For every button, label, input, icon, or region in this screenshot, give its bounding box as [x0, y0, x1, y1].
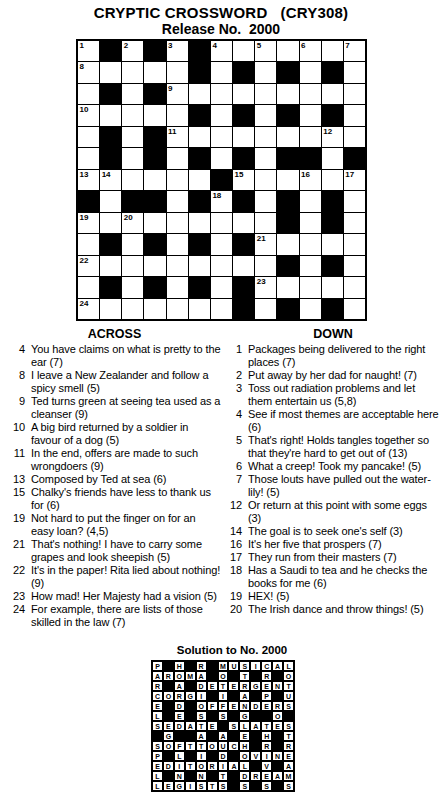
- grid-cell[interactable]: [211, 234, 232, 254]
- grid-cell[interactable]: [189, 127, 210, 147]
- solution-cell: L: [240, 762, 249, 770]
- grid-cell[interactable]: [233, 84, 254, 104]
- clue-text: Composed by Ted at sea (6): [31, 473, 221, 486]
- clue-across-4: 4You have claims on what is pretty to th…: [8, 343, 221, 369]
- solution-cell: R: [262, 742, 271, 750]
- solution-cell: G: [240, 712, 249, 720]
- grid-cell[interactable]: [233, 127, 254, 147]
- solution-cell-black: [208, 662, 217, 670]
- grid-cell[interactable]: [322, 170, 343, 190]
- solution-cell: T: [197, 742, 206, 750]
- solution-cell: S: [219, 782, 228, 790]
- solution-cell: T: [284, 682, 293, 690]
- solution-cell: T: [219, 682, 228, 690]
- grid-cell[interactable]: [233, 213, 254, 233]
- solution-cell: D: [175, 722, 184, 730]
- solution-cell: R: [175, 692, 184, 700]
- solution-cell: S: [153, 722, 162, 730]
- clue-num: 6: [225, 460, 242, 473]
- grid-cell[interactable]: [144, 256, 165, 276]
- solution-cell: E: [240, 732, 249, 740]
- solution-cell: T: [240, 672, 249, 680]
- clue-text: Toss out radiation problems and let them…: [248, 382, 441, 408]
- clue-down-16: 16It's her five that prospers (7): [225, 538, 441, 551]
- grid-cell[interactable]: [78, 127, 99, 147]
- solution-cell: L: [153, 782, 162, 790]
- grid-cell[interactable]: [211, 105, 232, 125]
- down-clues-section: DOWN 1Packages being delivered to the ri…: [225, 327, 441, 616]
- grid-cell[interactable]: [300, 299, 321, 319]
- solution-cell: A: [219, 732, 228, 740]
- grid-cell[interactable]: [300, 84, 321, 104]
- grid-cell[interactable]: 8: [78, 62, 99, 82]
- grid-cell[interactable]: [277, 84, 298, 104]
- grid-cell-black: [100, 277, 121, 297]
- grid-cell[interactable]: [122, 277, 143, 297]
- clue-text: They run from their masters (7): [248, 551, 441, 564]
- solution-cell: E: [164, 782, 173, 790]
- grid-cell[interactable]: [167, 213, 188, 233]
- solution-cell-black: [164, 712, 173, 720]
- clue-text: HEX! (5): [248, 590, 441, 603]
- clue-number: 12: [323, 127, 332, 136]
- grid-cell-black: [189, 41, 210, 61]
- grid-cell[interactable]: 6: [300, 41, 321, 61]
- grid-cell[interactable]: 5: [255, 41, 276, 61]
- grid-cell[interactable]: [144, 105, 165, 125]
- grid-cell[interactable]: 10: [78, 105, 99, 125]
- solution-cell: R: [284, 742, 293, 750]
- grid-cell[interactable]: [322, 234, 343, 254]
- solution-cell-black: [208, 672, 217, 680]
- solution-cell: F: [175, 742, 184, 750]
- clue-across-10: 10A big bird returned by a soldier in fa…: [8, 421, 221, 447]
- clue-down-6: 6What a creep! Took my pancake! (5): [225, 460, 441, 473]
- grid-cell[interactable]: [344, 62, 365, 82]
- clue-across-24: 24For example, there are lists of those …: [8, 603, 221, 629]
- grid-cell[interactable]: 24: [78, 299, 99, 319]
- grid-cell[interactable]: [211, 84, 232, 104]
- solution-cell: L: [153, 712, 162, 720]
- grid-cell[interactable]: [144, 170, 165, 190]
- grid-cell[interactable]: 14: [100, 170, 121, 190]
- solution-cell: E: [262, 772, 271, 780]
- solution-cell-black: [251, 712, 260, 720]
- solution-cell-black: [186, 772, 195, 780]
- solution-cell: E: [153, 762, 162, 770]
- grid-cell[interactable]: 1: [78, 41, 99, 61]
- clue-down-1: 1Packages being delivered to the right p…: [225, 343, 441, 369]
- grid-cell[interactable]: 7: [344, 41, 365, 61]
- solution-cell: S: [197, 712, 206, 720]
- grid-cell[interactable]: [122, 105, 143, 125]
- solution-cell: A: [197, 672, 206, 680]
- clue-text: The goal is to seek one's self (3): [248, 525, 441, 538]
- clue-num: 15: [8, 486, 25, 512]
- grid-cell[interactable]: [211, 256, 232, 276]
- clue-text: How mad! Her Majesty had a vision (5): [31, 590, 221, 603]
- grid-cell[interactable]: [100, 62, 121, 82]
- crossword-grid: 123456789101112131415161718192021222324: [76, 39, 367, 321]
- grid-cell[interactable]: [233, 256, 254, 276]
- clue-text: You have claims on what is pretty to the…: [31, 343, 221, 369]
- grid-cell[interactable]: [211, 277, 232, 297]
- grid-cell[interactable]: [167, 299, 188, 319]
- grid-cell[interactable]: [344, 256, 365, 276]
- solution-cell: U: [284, 692, 293, 700]
- clue-num: 13: [8, 473, 25, 486]
- grid-cell[interactable]: [78, 234, 99, 254]
- grid-cell[interactable]: 17: [344, 170, 365, 190]
- grid-cell[interactable]: [122, 62, 143, 82]
- clue-across-23: 23How mad! Her Majesty had a vision (5): [8, 590, 221, 603]
- grid-cell[interactable]: [300, 256, 321, 276]
- grid-cell[interactable]: [300, 191, 321, 211]
- clue-number: 22: [80, 256, 89, 265]
- solution-cell-black: [219, 722, 228, 730]
- solution-cell: D: [197, 682, 206, 690]
- grid-cell[interactable]: [344, 191, 365, 211]
- solution-cell-black: [229, 712, 238, 720]
- grid-cell[interactable]: 12: [322, 127, 343, 147]
- solution-cell-black: [208, 772, 217, 780]
- grid-cell[interactable]: [100, 105, 121, 125]
- clue-text: In the end, offers are made to such wron…: [31, 447, 221, 473]
- clue-text: Packages being delivered to the right pl…: [248, 343, 441, 369]
- solution-cell-black: [186, 702, 195, 710]
- grid-cell[interactable]: 16: [300, 170, 321, 190]
- solution-cell: E: [208, 682, 217, 690]
- solution-cell: P: [153, 752, 162, 760]
- grid-cell[interactable]: [344, 213, 365, 233]
- grid-cell[interactable]: [167, 234, 188, 254]
- clue-num: 22: [8, 564, 25, 590]
- grid-cell[interactable]: [322, 277, 343, 297]
- solution-cell: E: [229, 702, 238, 710]
- solution-cell: O: [240, 752, 249, 760]
- solution-cell: U: [219, 742, 228, 750]
- grid-cell[interactable]: 21: [255, 234, 276, 254]
- grid-cell[interactable]: [122, 84, 143, 104]
- grid-cell[interactable]: 19: [78, 213, 99, 233]
- grid-cell[interactable]: [167, 191, 188, 211]
- solution-cell: P: [262, 692, 271, 700]
- clue-down-2: 2Put away by her dad for naught! (7): [225, 369, 441, 382]
- solution-cell: V: [251, 752, 260, 760]
- solution-cell: H: [262, 732, 271, 740]
- clue-number: 3: [168, 41, 172, 50]
- grid-cell[interactable]: [211, 148, 232, 168]
- grid-cell[interactable]: [255, 191, 276, 211]
- grid-cell-black: [233, 105, 254, 125]
- grid-cell[interactable]: [344, 84, 365, 104]
- grid-cell[interactable]: [300, 62, 321, 82]
- clue-down-5: 5That's right! Holds tangles together so…: [225, 434, 441, 460]
- solution-cell: O: [164, 742, 173, 750]
- solution-cell: R: [240, 682, 249, 690]
- clue-text: I leave a New Zealander and follow a spi…: [31, 369, 221, 395]
- grid-cell[interactable]: [255, 62, 276, 82]
- grid-cell-black: [277, 62, 298, 82]
- solution-cell: S: [229, 722, 238, 730]
- grid-cell[interactable]: [122, 170, 143, 190]
- clue-number: 14: [102, 170, 111, 179]
- clue-num: 8: [8, 369, 25, 395]
- clue-down-4: 4See if most themes are acceptable here …: [225, 408, 441, 434]
- clue-down-3: 3Toss out radiation problems and let the…: [225, 382, 441, 408]
- grid-cell[interactable]: [78, 277, 99, 297]
- grid-cell[interactable]: [167, 148, 188, 168]
- grid-cell[interactable]: [277, 277, 298, 297]
- solution-cell-black: [251, 762, 260, 770]
- grid-cell[interactable]: [255, 213, 276, 233]
- grid-cell[interactable]: [122, 256, 143, 276]
- grid-cell[interactable]: [100, 256, 121, 276]
- grid-cell[interactable]: [233, 41, 254, 61]
- grid-cell[interactable]: [344, 105, 365, 125]
- grid-cell[interactable]: [189, 84, 210, 104]
- solution-cell-black: [284, 712, 293, 720]
- clue-text: Chalky's friends have less to thank us f…: [31, 486, 221, 512]
- solution-cell-black: [164, 702, 173, 710]
- clue-text: That's nothing! I have to carry some gra…: [31, 538, 221, 564]
- grid-cell[interactable]: [211, 127, 232, 147]
- grid-cell[interactable]: [167, 105, 188, 125]
- grid-cell[interactable]: [322, 41, 343, 61]
- grid-cell[interactable]: [122, 299, 143, 319]
- grid-cell[interactable]: [211, 299, 232, 319]
- clue-down-20: 20The Irish dance and throw things! (5): [225, 603, 441, 616]
- grid-cell[interactable]: [300, 213, 321, 233]
- grid-cell[interactable]: [167, 277, 188, 297]
- grid-cell[interactable]: [189, 170, 210, 190]
- solution-cell-black: [186, 752, 195, 760]
- grid-cell[interactable]: 23: [255, 277, 276, 297]
- clue-text: It's in the paper! Rita lied about nothi…: [31, 564, 221, 590]
- solution-cell-black: [208, 712, 217, 720]
- grid-cell-black: [144, 277, 165, 297]
- grid-cell[interactable]: [300, 105, 321, 125]
- grid-cell[interactable]: 9: [167, 84, 188, 104]
- solution-cell: O: [208, 742, 217, 750]
- grid-cell[interactable]: [167, 170, 188, 190]
- solution-cell: E: [262, 682, 271, 690]
- solution-cell: F: [208, 702, 217, 710]
- grid-cell[interactable]: 22: [78, 256, 99, 276]
- grid-cell[interactable]: [255, 256, 276, 276]
- clue-across-11: 11In the end, offers are made to such wr…: [8, 447, 221, 473]
- solution-cell-black: [273, 742, 282, 750]
- solution-cell-black: [229, 752, 238, 760]
- grid-cell[interactable]: [189, 256, 210, 276]
- grid-cell[interactable]: [78, 84, 99, 104]
- grid-cell[interactable]: [144, 62, 165, 82]
- grid-cell[interactable]: [300, 127, 321, 147]
- clue-num: 23: [8, 590, 25, 603]
- grid-cell[interactable]: [322, 84, 343, 104]
- grid-cell[interactable]: 2: [122, 41, 143, 61]
- grid-cell[interactable]: 11: [167, 127, 188, 147]
- clue-num: 11: [8, 447, 25, 473]
- clue-num: 7: [225, 473, 242, 499]
- grid-cell[interactable]: [277, 234, 298, 254]
- solution-cell-black: [164, 772, 173, 780]
- solution-cell: I: [197, 752, 206, 760]
- grid-cell[interactable]: [255, 105, 276, 125]
- grid-cell[interactable]: [122, 127, 143, 147]
- solution-cell: S: [240, 662, 249, 670]
- grid-cell[interactable]: [255, 170, 276, 190]
- clue-number: 15: [235, 170, 244, 179]
- grid-cell[interactable]: 4: [211, 41, 232, 61]
- grid-cell[interactable]: 20: [122, 213, 143, 233]
- clue-num: 18: [225, 564, 242, 590]
- clue-number: 16: [301, 170, 310, 179]
- grid-cell[interactable]: 15: [233, 170, 254, 190]
- grid-cell[interactable]: [189, 299, 210, 319]
- grid-cell-black: [233, 148, 254, 168]
- grid-cell[interactable]: [344, 277, 365, 297]
- grid-cell[interactable]: [122, 234, 143, 254]
- solution-cell-black: [186, 732, 195, 740]
- clue-num: 1: [225, 343, 242, 369]
- grid-cell[interactable]: [211, 213, 232, 233]
- grid-cell[interactable]: [144, 299, 165, 319]
- solution-cell: D: [164, 762, 173, 770]
- grid-cell[interactable]: [189, 213, 210, 233]
- grid-cell[interactable]: [100, 191, 121, 211]
- clue-number: 24: [80, 299, 89, 308]
- solution-cell: O: [175, 672, 184, 680]
- clue-number: 23: [257, 277, 266, 286]
- clue-text: Those louts have pulled out the water-li…: [248, 473, 441, 499]
- solution-cell-black: [229, 782, 238, 790]
- solution-cell: N: [273, 752, 282, 760]
- solution-cell: I: [251, 662, 260, 670]
- solution-cell: I: [175, 762, 184, 770]
- grid-cell[interactable]: [211, 62, 232, 82]
- grid-cell[interactable]: [344, 234, 365, 254]
- grid-cell-black: [144, 148, 165, 168]
- across-clues-section: ACROSS 4You have claims on what is prett…: [8, 327, 221, 629]
- grid-cell[interactable]: [344, 127, 365, 147]
- solution-cell-black: [273, 732, 282, 740]
- clue-number: 20: [124, 213, 133, 222]
- solution-cell: O: [197, 762, 206, 770]
- grid-cell[interactable]: [277, 41, 298, 61]
- grid-cell[interactable]: [167, 62, 188, 82]
- solution-cell: S: [240, 782, 249, 790]
- solution-grid: PHRMUSICALAROMAOTRORADETERGENTCORGIIAPUE…: [151, 660, 295, 792]
- solution-cell: V: [262, 762, 271, 770]
- clue-text: Or return at this point with some eggs (…: [248, 499, 441, 525]
- clue-num: 2: [225, 369, 242, 382]
- grid-cell[interactable]: 18: [211, 191, 232, 211]
- solution-cell-black: [251, 692, 260, 700]
- grid-cell[interactable]: [255, 148, 276, 168]
- release-number: Release No. 2000: [0, 21, 442, 37]
- clue-number: 7: [345, 41, 349, 50]
- solution-cell-black: [153, 732, 162, 740]
- solution-cell: A: [229, 762, 238, 770]
- solution-cell: N: [175, 772, 184, 780]
- grid-cell[interactable]: [255, 299, 276, 319]
- clue-number: 8: [80, 62, 84, 71]
- grid-cell[interactable]: [255, 84, 276, 104]
- clue-number: 5: [257, 41, 261, 50]
- grid-cell[interactable]: [277, 170, 298, 190]
- clue-number: 4: [212, 41, 216, 50]
- solution-cell: E: [273, 722, 282, 730]
- clue-num: 4: [8, 343, 25, 369]
- solution-cell: S: [284, 782, 293, 790]
- grid-cell-black: [189, 62, 210, 82]
- grid-cell[interactable]: [100, 299, 121, 319]
- solution-cell: G: [186, 692, 195, 700]
- clue-number: 2: [124, 41, 128, 50]
- grid-cell-black: [322, 256, 343, 276]
- solution-cell-black: [208, 692, 217, 700]
- clue-down-17: 17They run from their masters (7): [225, 551, 441, 564]
- solution-cell: I: [219, 762, 228, 770]
- solution-cell: A: [273, 772, 282, 780]
- solution-cell-black: [251, 672, 260, 680]
- grid-cell-black: [233, 191, 254, 211]
- grid-cell[interactable]: [277, 127, 298, 147]
- solution-cell: O: [284, 672, 293, 680]
- grid-cell[interactable]: [344, 299, 365, 319]
- solution-cell: E: [208, 722, 217, 730]
- grid-cell[interactable]: [122, 148, 143, 168]
- grid-cell[interactable]: [144, 213, 165, 233]
- grid-cell[interactable]: [255, 127, 276, 147]
- solution-cell-black: [262, 712, 271, 720]
- clue-down-19: 19HEX! (5): [225, 590, 441, 603]
- grid-cell[interactable]: 3: [167, 41, 188, 61]
- clue-num: 20: [225, 603, 242, 616]
- solution-cell: T: [186, 742, 195, 750]
- grid-cell-black: [344, 148, 365, 168]
- solution-cell: A: [284, 762, 293, 770]
- solution-cell-black: [251, 732, 260, 740]
- solution-cell: E: [175, 712, 184, 720]
- grid-cell[interactable]: [322, 148, 343, 168]
- solution-cell: H: [175, 662, 184, 670]
- grid-cell-black: [277, 213, 298, 233]
- grid-cell[interactable]: [100, 213, 121, 233]
- clue-text: Put away by her dad for naught! (7): [248, 369, 441, 382]
- solution-cell: D: [219, 752, 228, 760]
- solution-cell: M: [284, 772, 293, 780]
- solution-cell: O: [197, 702, 206, 710]
- solution-cell: I: [219, 692, 228, 700]
- grid-cell-black: [277, 256, 298, 276]
- solution-cell: A: [175, 682, 184, 690]
- solution-cell-black: [273, 782, 282, 790]
- grid-cell[interactable]: [300, 277, 321, 297]
- solution-cell-black: [229, 692, 238, 700]
- grid-cell-black: [233, 299, 254, 319]
- grid-cell[interactable]: 13: [78, 170, 99, 190]
- clue-across-19: 19Not hard to put the finger on for an e…: [8, 512, 221, 538]
- grid-cell[interactable]: [78, 148, 99, 168]
- solution-cell-black: [273, 692, 282, 700]
- grid-cell-black: [233, 62, 254, 82]
- solution-cell: O: [164, 692, 173, 700]
- grid-cell-black: [189, 277, 210, 297]
- grid-cell[interactable]: [300, 234, 321, 254]
- grid-cell[interactable]: [167, 256, 188, 276]
